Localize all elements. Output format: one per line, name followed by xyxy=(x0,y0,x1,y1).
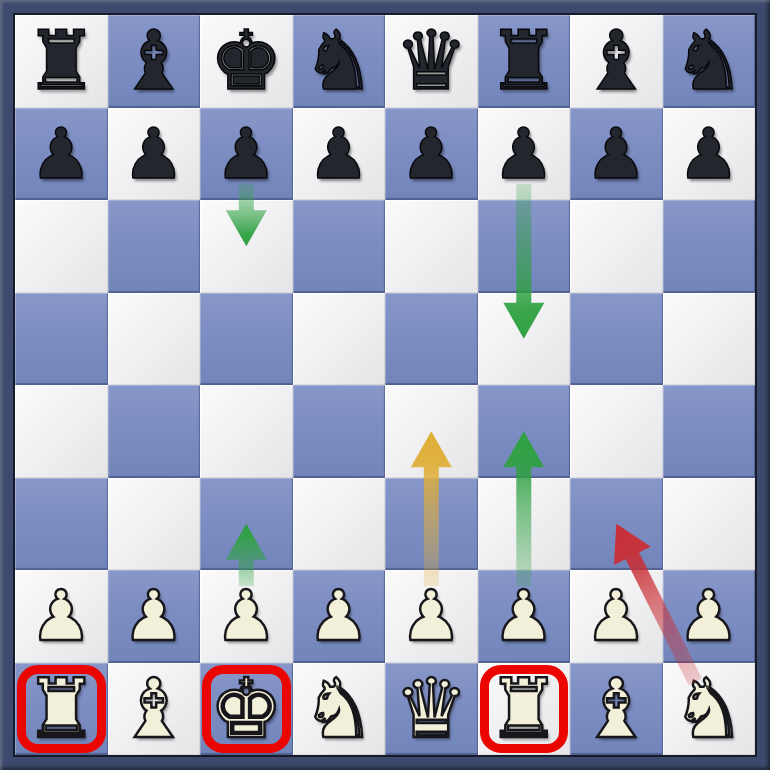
square-d1[interactable]: ♞ xyxy=(293,663,386,756)
chess-board: ♜♝♚♞♛♜♝♞♟♟♟♟♟♟♟♟♟♟♟♟♟♟♟♟♜♝♚♞♛♜♝♞ xyxy=(15,15,755,755)
square-a1[interactable]: ♜ xyxy=(15,663,108,756)
square-h6[interactable] xyxy=(663,200,756,293)
square-e8[interactable]: ♛ xyxy=(385,15,478,108)
square-c8[interactable]: ♚ xyxy=(200,15,293,108)
black-pawn[interactable]: ♟ xyxy=(478,108,571,201)
white-knight[interactable]: ♞ xyxy=(293,663,386,756)
square-g4[interactable] xyxy=(570,385,663,478)
white-bishop[interactable]: ♝ xyxy=(570,663,663,756)
square-c4[interactable] xyxy=(200,385,293,478)
square-f3[interactable] xyxy=(478,478,571,571)
black-rook[interactable]: ♜ xyxy=(15,15,108,108)
square-e4[interactable] xyxy=(385,385,478,478)
white-pawn[interactable]: ♟ xyxy=(570,570,663,663)
square-b5[interactable] xyxy=(108,293,201,386)
square-f6[interactable] xyxy=(478,200,571,293)
square-h5[interactable] xyxy=(663,293,756,386)
square-a5[interactable] xyxy=(15,293,108,386)
square-a4[interactable] xyxy=(15,385,108,478)
square-g8[interactable]: ♝ xyxy=(570,15,663,108)
square-g3[interactable] xyxy=(570,478,663,571)
square-b2[interactable]: ♟ xyxy=(108,570,201,663)
black-pawn[interactable]: ♟ xyxy=(200,108,293,201)
square-d8[interactable]: ♞ xyxy=(293,15,386,108)
square-g2[interactable]: ♟ xyxy=(570,570,663,663)
square-h1[interactable]: ♞ xyxy=(663,663,756,756)
square-h3[interactable] xyxy=(663,478,756,571)
square-f7[interactable]: ♟ xyxy=(478,108,571,201)
square-d6[interactable] xyxy=(293,200,386,293)
white-pawn[interactable]: ♟ xyxy=(663,570,756,663)
square-g7[interactable]: ♟ xyxy=(570,108,663,201)
square-d5[interactable] xyxy=(293,293,386,386)
square-c2[interactable]: ♟ xyxy=(200,570,293,663)
white-pawn[interactable]: ♟ xyxy=(293,570,386,663)
white-king[interactable]: ♚ xyxy=(200,663,293,756)
square-b4[interactable] xyxy=(108,385,201,478)
black-pawn[interactable]: ♟ xyxy=(108,108,201,201)
black-rook[interactable]: ♜ xyxy=(478,15,571,108)
square-b7[interactable]: ♟ xyxy=(108,108,201,201)
square-f4[interactable] xyxy=(478,385,571,478)
square-e3[interactable] xyxy=(385,478,478,571)
square-c1[interactable]: ♚ xyxy=(200,663,293,756)
square-e1[interactable]: ♛ xyxy=(385,663,478,756)
square-h4[interactable] xyxy=(663,385,756,478)
black-pawn[interactable]: ♟ xyxy=(385,108,478,201)
square-d4[interactable] xyxy=(293,385,386,478)
square-d3[interactable] xyxy=(293,478,386,571)
white-bishop[interactable]: ♝ xyxy=(108,663,201,756)
black-pawn[interactable]: ♟ xyxy=(570,108,663,201)
square-b3[interactable] xyxy=(108,478,201,571)
square-d2[interactable]: ♟ xyxy=(293,570,386,663)
square-b6[interactable] xyxy=(108,200,201,293)
square-e2[interactable]: ♟ xyxy=(385,570,478,663)
black-bishop[interactable]: ♝ xyxy=(570,15,663,108)
black-knight[interactable]: ♞ xyxy=(293,15,386,108)
black-queen[interactable]: ♛ xyxy=(385,15,478,108)
square-b8[interactable]: ♝ xyxy=(108,15,201,108)
black-pawn[interactable]: ♟ xyxy=(15,108,108,201)
white-queen[interactable]: ♛ xyxy=(385,663,478,756)
white-pawn[interactable]: ♟ xyxy=(478,570,571,663)
white-pawn[interactable]: ♟ xyxy=(385,570,478,663)
white-pawn[interactable]: ♟ xyxy=(108,570,201,663)
black-knight[interactable]: ♞ xyxy=(663,15,756,108)
square-h8[interactable]: ♞ xyxy=(663,15,756,108)
square-f1[interactable]: ♜ xyxy=(478,663,571,756)
square-h7[interactable]: ♟ xyxy=(663,108,756,201)
square-e6[interactable] xyxy=(385,200,478,293)
square-a6[interactable] xyxy=(15,200,108,293)
square-d7[interactable]: ♟ xyxy=(293,108,386,201)
square-c5[interactable] xyxy=(200,293,293,386)
black-pawn[interactable]: ♟ xyxy=(663,108,756,201)
square-c6[interactable] xyxy=(200,200,293,293)
square-f2[interactable]: ♟ xyxy=(478,570,571,663)
square-c7[interactable]: ♟ xyxy=(200,108,293,201)
white-rook[interactable]: ♜ xyxy=(478,663,571,756)
black-bishop[interactable]: ♝ xyxy=(108,15,201,108)
square-a8[interactable]: ♜ xyxy=(15,15,108,108)
square-a7[interactable]: ♟ xyxy=(15,108,108,201)
black-king[interactable]: ♚ xyxy=(200,15,293,108)
square-h2[interactable]: ♟ xyxy=(663,570,756,663)
square-f8[interactable]: ♜ xyxy=(478,15,571,108)
square-g1[interactable]: ♝ xyxy=(570,663,663,756)
square-e7[interactable]: ♟ xyxy=(385,108,478,201)
white-pawn[interactable]: ♟ xyxy=(15,570,108,663)
square-g6[interactable] xyxy=(570,200,663,293)
square-a2[interactable]: ♟ xyxy=(15,570,108,663)
square-a3[interactable] xyxy=(15,478,108,571)
white-knight[interactable]: ♞ xyxy=(663,663,756,756)
square-c3[interactable] xyxy=(200,478,293,571)
square-e5[interactable] xyxy=(385,293,478,386)
square-b1[interactable]: ♝ xyxy=(108,663,201,756)
square-g5[interactable] xyxy=(570,293,663,386)
black-pawn[interactable]: ♟ xyxy=(293,108,386,201)
white-pawn[interactable]: ♟ xyxy=(200,570,293,663)
white-rook[interactable]: ♜ xyxy=(15,663,108,756)
square-f5[interactable] xyxy=(478,293,571,386)
board-frame: ♜♝♚♞♛♜♝♞♟♟♟♟♟♟♟♟♟♟♟♟♟♟♟♟♜♝♚♞♛♜♝♞ xyxy=(0,0,770,770)
